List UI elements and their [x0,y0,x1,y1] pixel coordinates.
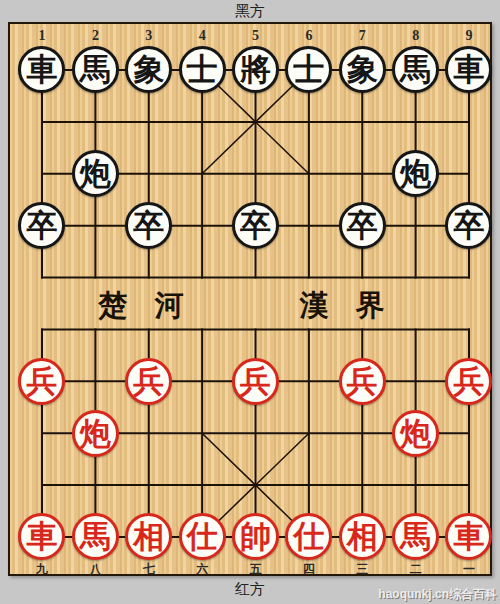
piece-red-elephant[interactable]: 相 [339,513,386,560]
bottom-coordinate-label: 六 [196,563,208,575]
piece-red-advisor[interactable]: 仕 [285,513,332,560]
piece-black-soldier[interactable]: 卒 [125,202,172,249]
top-coordinate-label: 3 [145,29,152,43]
piece-red-elephant[interactable]: 相 [125,513,172,560]
piece-black-cannon[interactable]: 炮 [392,150,439,197]
bottom-coordinate-label: 四 [303,563,315,575]
piece-black-horse[interactable]: 馬 [72,46,119,93]
top-coordinate-label: 6 [305,29,312,43]
piece-black-elephant[interactable]: 象 [339,46,386,93]
piece-red-cannon[interactable]: 炮 [72,410,119,457]
piece-black-soldier[interactable]: 卒 [339,202,386,249]
bottom-coordinate-label: 一 [463,563,475,575]
piece-black-advisor[interactable]: 士 [285,46,332,93]
xiangqi-diagram: 黑方 123456789 九八七六五四三二一 楚 河 漢 界 車馬象士將士象馬車… [0,0,500,604]
piece-red-horse[interactable]: 馬 [72,513,119,560]
piece-red-soldier[interactable]: 兵 [18,358,65,405]
top-coordinate-label: 1 [39,29,46,43]
piece-red-general[interactable]: 帥 [232,513,279,560]
bottom-coordinate-label: 五 [250,563,262,575]
piece-black-general[interactable]: 將 [232,46,279,93]
piece-black-elephant[interactable]: 象 [125,46,172,93]
top-coordinate-label: 7 [359,29,366,43]
piece-black-cannon[interactable]: 炮 [72,150,119,197]
bottom-coordinate-label: 九 [36,563,48,575]
piece-black-chariot[interactable]: 車 [445,46,492,93]
piece-red-soldier[interactable]: 兵 [339,358,386,405]
piece-black-horse[interactable]: 馬 [392,46,439,93]
top-coordinate-label: 2 [92,29,99,43]
bottom-coordinate-label: 二 [410,563,422,575]
watermark: haoqunkj.cn综合百科 [378,586,497,603]
piece-black-chariot[interactable]: 車 [18,46,65,93]
pieces-grid[interactable]: 車馬象士將士象馬車炮炮卒卒卒卒卒兵兵兵兵兵炮炮車馬相仕帥仕相馬車 [15,44,495,563]
piece-red-horse[interactable]: 馬 [392,513,439,560]
piece-red-soldier[interactable]: 兵 [232,358,279,405]
top-coordinate-label: 4 [199,29,206,43]
piece-red-advisor[interactable]: 仕 [179,513,226,560]
piece-black-soldier[interactable]: 卒 [18,202,65,249]
piece-red-soldier[interactable]: 兵 [125,358,172,405]
bottom-coordinate-label: 八 [89,563,101,575]
piece-black-soldier[interactable]: 卒 [445,202,492,249]
piece-red-chariot[interactable]: 車 [18,513,65,560]
top-coordinate-label: 8 [412,29,419,43]
top-coordinate-label: 5 [252,29,259,43]
piece-red-chariot[interactable]: 車 [445,513,492,560]
xiangqi-board[interactable]: 123456789 九八七六五四三二一 楚 河 漢 界 車馬象士將士象馬車炮炮卒… [8,22,492,576]
bottom-coordinate-label: 七 [143,563,155,575]
piece-black-advisor[interactable]: 士 [179,46,226,93]
top-coordinate-label: 9 [466,29,473,43]
piece-black-soldier[interactable]: 卒 [232,202,279,249]
bottom-coordinate-label: 三 [356,563,368,575]
black-side-label: 黑方 [0,2,500,21]
piece-red-soldier[interactable]: 兵 [445,358,492,405]
piece-red-cannon[interactable]: 炮 [392,410,439,457]
